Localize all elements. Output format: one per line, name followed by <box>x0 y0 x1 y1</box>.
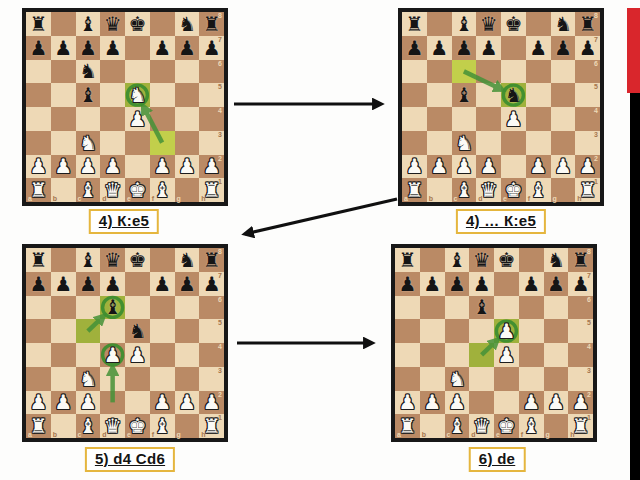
square-a3 <box>402 131 427 155</box>
square-e4: ♟ <box>125 343 150 367</box>
file-label-h: h <box>570 431 574 438</box>
square-b6 <box>51 296 76 320</box>
caption-board-1: 4) К:е5 <box>89 209 159 234</box>
board-3-grid: ♜♝♛♚♞♜8♟♟♟♟♟♟♟7♝6♞5♟♟4♞3♟♟♟♟♟♟2♜ab♝c♛d♚e… <box>26 248 224 438</box>
square-b5 <box>51 83 76 107</box>
piece-black-rook: ♜ <box>395 248 420 272</box>
piece-black-pawn: ♟ <box>51 36 76 60</box>
square-f4 <box>519 343 544 367</box>
square-d1: ♛d <box>469 414 494 438</box>
square-e6 <box>125 60 150 84</box>
square-f5 <box>519 319 544 343</box>
move-label-4: 6) de <box>479 450 516 467</box>
file-label-a: a <box>28 195 32 202</box>
square-g1: g <box>175 178 200 202</box>
piece-black-pawn: ♟ <box>395 272 420 296</box>
piece-white-pawn: ♟ <box>551 155 576 179</box>
piece-black-knight: ♞ <box>551 12 576 36</box>
square-h3: 3 <box>575 131 600 155</box>
square-g7: ♟ <box>551 36 576 60</box>
piece-black-king: ♚ <box>125 248 150 272</box>
square-h1: ♜1h <box>568 414 593 438</box>
square-g1: g <box>175 414 200 438</box>
rank-label-5: 5 <box>594 83 598 90</box>
square-f7: ♟ <box>150 272 175 296</box>
square-c8: ♝ <box>76 248 101 272</box>
file-label-g: g <box>546 431 550 438</box>
square-e3 <box>501 131 526 155</box>
square-a5 <box>26 83 51 107</box>
rank-label-5: 5 <box>587 319 591 326</box>
caption-board-3: 5) d4 Сd6 <box>85 447 175 472</box>
square-e6 <box>494 296 519 320</box>
square-a7: ♟ <box>395 272 420 296</box>
square-h4: 4 <box>568 343 593 367</box>
piece-white-pawn: ♟ <box>395 391 420 415</box>
square-e2 <box>125 155 150 179</box>
square-e5: ♟ <box>494 319 519 343</box>
square-f5 <box>150 83 175 107</box>
piece-white-pawn: ♟ <box>501 107 526 131</box>
rank-label-2: 2 <box>594 155 598 162</box>
square-d2: ♟ <box>100 155 125 179</box>
square-h8: ♜8 <box>575 12 600 36</box>
square-h4: 4 <box>199 343 224 367</box>
piece-black-pawn: ♟ <box>76 36 101 60</box>
file-label-h: h <box>201 431 205 438</box>
piece-white-pawn: ♟ <box>445 391 470 415</box>
square-a1: ♜a <box>26 178 51 202</box>
piece-white-pawn: ♟ <box>100 155 125 179</box>
piece-black-rook: ♜ <box>26 12 51 36</box>
square-e8: ♚ <box>125 12 150 36</box>
square-a2: ♟ <box>395 391 420 415</box>
file-label-a: a <box>397 431 401 438</box>
square-b4 <box>51 107 76 131</box>
square-c3: ♞ <box>76 131 101 155</box>
rank-label-7: 7 <box>218 36 222 43</box>
file-label-e: e <box>127 431 131 438</box>
square-g8: ♞ <box>175 248 200 272</box>
piece-black-pawn: ♟ <box>445 272 470 296</box>
piece-white-pawn: ♟ <box>526 155 551 179</box>
piece-black-bishop: ♝ <box>100 296 125 320</box>
file-label-f: f <box>152 431 154 438</box>
square-e3 <box>125 131 150 155</box>
piece-white-knight: ♞ <box>76 131 101 155</box>
square-h1: ♜1h <box>199 414 224 438</box>
square-f5 <box>150 319 175 343</box>
file-label-e: e <box>503 195 507 202</box>
square-f7: ♟ <box>519 272 544 296</box>
square-c2: ♟ <box>76 155 101 179</box>
square-d2: ♟ <box>476 155 501 179</box>
rank-label-6: 6 <box>587 296 591 303</box>
square-a5 <box>402 83 427 107</box>
piece-white-knight: ♞ <box>76 367 101 391</box>
square-f3 <box>519 367 544 391</box>
piece-black-queen: ♛ <box>469 248 494 272</box>
square-d5 <box>476 83 501 107</box>
piece-black-bishop: ♝ <box>76 248 101 272</box>
piece-black-king: ♚ <box>125 12 150 36</box>
piece-black-pawn: ♟ <box>469 272 494 296</box>
square-d3 <box>469 367 494 391</box>
rank-label-4: 4 <box>218 107 222 114</box>
square-h4: 4 <box>575 107 600 131</box>
square-h2: ♟2 <box>575 155 600 179</box>
square-c1: ♝c <box>76 414 101 438</box>
square-d2 <box>100 391 125 415</box>
square-d4: ♟ <box>100 343 125 367</box>
piece-black-pawn: ♟ <box>150 272 175 296</box>
square-g2: ♟ <box>551 155 576 179</box>
square-c8: ♝ <box>452 12 477 36</box>
square-e5: ♞ <box>125 319 150 343</box>
square-h1: ♜1h <box>575 178 600 202</box>
square-d3 <box>100 131 125 155</box>
square-a7: ♟ <box>26 272 51 296</box>
square-d8: ♛ <box>469 248 494 272</box>
square-f4 <box>150 107 175 131</box>
piece-black-pawn: ♟ <box>76 272 101 296</box>
square-e5: ♞ <box>501 83 526 107</box>
piece-white-pawn: ♟ <box>420 391 445 415</box>
piece-black-bishop: ♝ <box>445 248 470 272</box>
square-a1: ♜a <box>402 178 427 202</box>
file-label-b: b <box>53 431 57 438</box>
square-b7: ♟ <box>51 36 76 60</box>
square-g3 <box>175 367 200 391</box>
square-f1: ♝f <box>519 414 544 438</box>
square-h5: 5 <box>575 83 600 107</box>
square-c4 <box>76 343 101 367</box>
square-g5 <box>544 319 569 343</box>
piece-white-pawn: ♟ <box>76 155 101 179</box>
square-b1: b <box>427 178 452 202</box>
file-label-b: b <box>429 195 433 202</box>
piece-black-pawn: ♟ <box>544 272 569 296</box>
square-a5 <box>26 319 51 343</box>
square-h8: ♜8 <box>568 248 593 272</box>
square-b7: ♟ <box>420 272 445 296</box>
square-a4 <box>26 107 51 131</box>
piece-black-bishop: ♝ <box>76 83 101 107</box>
square-b8 <box>51 248 76 272</box>
square-f2: ♟ <box>526 155 551 179</box>
square-h7: ♟7 <box>568 272 593 296</box>
piece-white-pawn: ♟ <box>125 343 150 367</box>
square-e2 <box>125 391 150 415</box>
piece-black-bishop: ♝ <box>452 83 477 107</box>
square-b2: ♟ <box>51 155 76 179</box>
file-label-e: e <box>127 195 131 202</box>
square-e7 <box>494 272 519 296</box>
rank-label-4: 4 <box>587 343 591 350</box>
square-b7: ♟ <box>51 272 76 296</box>
square-c7: ♟ <box>452 36 477 60</box>
chess-board-3: ♜♝♛♚♞♜8♟♟♟♟♟♟♟7♝6♞5♟♟4♞3♟♟♟♟♟♟2♜ab♝c♛d♚e… <box>22 244 228 442</box>
square-a4 <box>402 107 427 131</box>
square-c3: ♞ <box>445 367 470 391</box>
square-b3 <box>51 131 76 155</box>
piece-white-pawn: ♟ <box>51 155 76 179</box>
square-g4 <box>551 107 576 131</box>
square-d7: ♟ <box>469 272 494 296</box>
piece-black-pawn: ♟ <box>476 36 501 60</box>
piece-black-pawn: ♟ <box>402 36 427 60</box>
piece-black-pawn: ♟ <box>175 272 200 296</box>
rank-label-6: 6 <box>594 60 598 67</box>
rank-label-5: 5 <box>218 319 222 326</box>
square-h3: 3 <box>199 367 224 391</box>
square-g3 <box>175 131 200 155</box>
rank-label-2: 2 <box>218 391 222 398</box>
piece-black-king: ♚ <box>501 12 526 36</box>
square-d4 <box>469 343 494 367</box>
red-ribbon <box>627 8 640 93</box>
square-f7: ♟ <box>150 36 175 60</box>
square-d5 <box>100 83 125 107</box>
square-f8 <box>150 12 175 36</box>
square-a4 <box>26 343 51 367</box>
rank-label-3: 3 <box>218 367 222 374</box>
square-b2: ♟ <box>51 391 76 415</box>
slide: ♜♝♛♚♞♜8♟♟♟♟♟♟♟7♞6♝♞5♟4♞3♟♟♟♟♟♟♟2♜ab♝c♛d♚… <box>0 0 640 480</box>
file-label-f: f <box>521 431 523 438</box>
file-label-c: c <box>78 431 82 438</box>
square-d1: ♛d <box>100 178 125 202</box>
rank-label-8: 8 <box>594 12 598 19</box>
square-c7: ♟ <box>445 272 470 296</box>
piece-black-knight: ♞ <box>175 12 200 36</box>
piece-black-pawn: ♟ <box>100 272 125 296</box>
piece-black-pawn: ♟ <box>175 36 200 60</box>
square-b3 <box>420 367 445 391</box>
square-h4: 4 <box>199 107 224 131</box>
square-e8: ♚ <box>501 12 526 36</box>
square-e3 <box>494 367 519 391</box>
file-label-d: d <box>102 431 106 438</box>
square-h7: ♟7 <box>199 272 224 296</box>
square-c6 <box>452 60 477 84</box>
square-g1: g <box>551 178 576 202</box>
square-g7: ♟ <box>175 36 200 60</box>
piece-white-knight: ♞ <box>445 367 470 391</box>
rank-label-4: 4 <box>218 343 222 350</box>
square-f6 <box>150 296 175 320</box>
piece-white-pawn: ♟ <box>402 155 427 179</box>
square-d4 <box>100 107 125 131</box>
black-ribbon <box>630 93 640 480</box>
square-g4 <box>544 343 569 367</box>
square-c2: ♟ <box>76 391 101 415</box>
square-c4 <box>445 343 470 367</box>
square-e8: ♚ <box>125 248 150 272</box>
piece-white-pawn: ♟ <box>452 155 477 179</box>
file-label-c: c <box>447 431 451 438</box>
square-e7 <box>125 272 150 296</box>
file-label-f: f <box>152 195 154 202</box>
piece-white-knight: ♞ <box>452 131 477 155</box>
square-g5 <box>175 83 200 107</box>
square-b6 <box>51 60 76 84</box>
square-h5: 5 <box>199 319 224 343</box>
file-label-f: f <box>528 195 530 202</box>
piece-white-pawn: ♟ <box>26 391 51 415</box>
square-b3 <box>427 131 452 155</box>
square-d7: ♟ <box>100 36 125 60</box>
square-f4 <box>150 343 175 367</box>
flow-arrow-2 <box>245 199 397 234</box>
square-e5: ♞ <box>125 83 150 107</box>
piece-black-bishop: ♝ <box>469 296 494 320</box>
piece-black-bishop: ♝ <box>452 12 477 36</box>
square-e1: ♚e <box>501 178 526 202</box>
square-g1: g <box>544 414 569 438</box>
caption-board-4: 6) de <box>469 447 526 472</box>
square-c1: ♝c <box>452 178 477 202</box>
square-e1: ♚e <box>125 178 150 202</box>
piece-black-queen: ♛ <box>476 12 501 36</box>
square-f1: ♝f <box>150 178 175 202</box>
square-a3 <box>26 367 51 391</box>
square-h6: 6 <box>575 60 600 84</box>
square-a1: ♜a <box>26 414 51 438</box>
rank-label-1: 1 <box>594 178 598 185</box>
square-g7: ♟ <box>175 272 200 296</box>
square-d2 <box>469 391 494 415</box>
square-d8: ♛ <box>476 12 501 36</box>
square-h1: ♜1h <box>199 178 224 202</box>
square-e8: ♚ <box>494 248 519 272</box>
square-g6 <box>175 296 200 320</box>
square-a4 <box>395 343 420 367</box>
move-label-1: 4) К:е5 <box>99 212 149 229</box>
square-c1: ♝c <box>76 178 101 202</box>
square-d5 <box>469 319 494 343</box>
square-c2: ♟ <box>445 391 470 415</box>
square-b1: b <box>51 178 76 202</box>
rank-label-5: 5 <box>218 83 222 90</box>
square-a2: ♟ <box>26 155 51 179</box>
square-f1: ♝f <box>150 414 175 438</box>
square-a2: ♟ <box>26 391 51 415</box>
piece-white-pawn: ♟ <box>476 155 501 179</box>
file-label-b: b <box>422 431 426 438</box>
caption-board-2: 4) … К:е5 <box>456 209 546 234</box>
file-label-d: d <box>102 195 106 202</box>
square-e6 <box>501 60 526 84</box>
square-d3 <box>100 367 125 391</box>
piece-white-pawn: ♟ <box>150 155 175 179</box>
square-b2: ♟ <box>420 391 445 415</box>
square-c5 <box>445 319 470 343</box>
square-c4 <box>452 107 477 131</box>
square-h2: ♟2 <box>199 155 224 179</box>
piece-black-queen: ♛ <box>100 248 125 272</box>
piece-white-pawn: ♟ <box>125 107 150 131</box>
piece-black-pawn: ♟ <box>26 36 51 60</box>
piece-white-pawn: ♟ <box>76 391 101 415</box>
square-a8: ♜ <box>26 12 51 36</box>
rank-label-2: 2 <box>218 155 222 162</box>
square-b4 <box>420 343 445 367</box>
square-c6: ♞ <box>76 60 101 84</box>
square-c1: ♝c <box>445 414 470 438</box>
square-b5 <box>420 319 445 343</box>
square-g3 <box>544 367 569 391</box>
square-g3 <box>551 131 576 155</box>
square-a8: ♜ <box>395 248 420 272</box>
rank-label-3: 3 <box>594 131 598 138</box>
square-d6: ♝ <box>469 296 494 320</box>
square-f3 <box>150 131 175 155</box>
square-b1: b <box>51 414 76 438</box>
square-d1: ♛d <box>100 414 125 438</box>
piece-black-queen: ♛ <box>100 12 125 36</box>
square-h6: 6 <box>199 60 224 84</box>
square-c5: ♝ <box>76 83 101 107</box>
rank-label-7: 7 <box>594 36 598 43</box>
file-label-a: a <box>404 195 408 202</box>
square-a7: ♟ <box>402 36 427 60</box>
square-g6 <box>551 60 576 84</box>
square-f1: ♝f <box>526 178 551 202</box>
square-g5 <box>175 319 200 343</box>
square-c3: ♞ <box>452 131 477 155</box>
square-b8 <box>51 12 76 36</box>
board-4-grid: ♜♝♛♚♞♜8♟♟♟♟♟♟♟7♝6♟5♟4♞3♟♟♟♟♟♟2♜ab♝c♛d♚e♝… <box>395 248 593 438</box>
piece-white-pawn: ♟ <box>427 155 452 179</box>
square-f2: ♟ <box>150 391 175 415</box>
rank-label-8: 8 <box>587 248 591 255</box>
square-g8: ♞ <box>544 248 569 272</box>
piece-black-king: ♚ <box>494 248 519 272</box>
square-h6: 6 <box>568 296 593 320</box>
move-label-3: 5) d4 Сd6 <box>95 450 165 467</box>
square-h5: 5 <box>568 319 593 343</box>
move-label-2: 4) … К:е5 <box>466 212 536 229</box>
square-e6 <box>125 296 150 320</box>
file-label-c: c <box>78 195 82 202</box>
file-label-a: a <box>28 431 32 438</box>
square-g4 <box>175 107 200 131</box>
square-g7: ♟ <box>544 272 569 296</box>
chess-board-1: ♜♝♛♚♞♜8♟♟♟♟♟♟♟7♞6♝♞5♟4♞3♟♟♟♟♟♟♟2♜ab♝c♛d♚… <box>22 8 228 206</box>
piece-white-pawn: ♟ <box>519 391 544 415</box>
rank-label-3: 3 <box>587 367 591 374</box>
board-2-grid: ♜♝♛♚♞♜8♟♟♟♟♟♟♟76♝♞5♟4♞3♟♟♟♟♟♟♟2♜ab♝c♛d♚e… <box>402 12 600 202</box>
square-e7 <box>501 36 526 60</box>
square-g8: ♞ <box>551 12 576 36</box>
piece-black-pawn: ♟ <box>420 272 445 296</box>
square-h2: ♟2 <box>199 391 224 415</box>
square-c5: ♝ <box>452 83 477 107</box>
square-b4 <box>51 343 76 367</box>
piece-black-bishop: ♝ <box>76 12 101 36</box>
piece-black-pawn: ♟ <box>452 36 477 60</box>
square-a5 <box>395 319 420 343</box>
square-a6 <box>26 60 51 84</box>
rank-label-8: 8 <box>218 12 222 19</box>
square-h8: ♜8 <box>199 12 224 36</box>
square-g2: ♟ <box>175 391 200 415</box>
file-label-d: d <box>471 431 475 438</box>
square-d6 <box>476 60 501 84</box>
piece-black-pawn: ♟ <box>51 272 76 296</box>
file-label-g: g <box>177 195 181 202</box>
